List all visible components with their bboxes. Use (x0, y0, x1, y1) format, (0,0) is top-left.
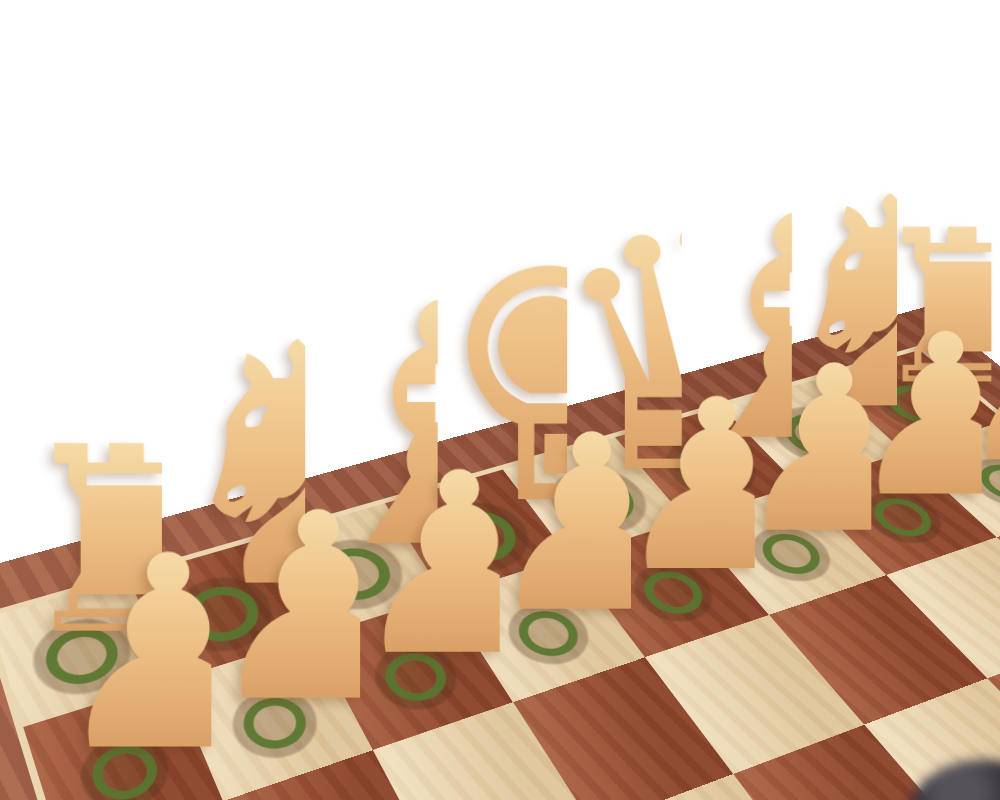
piece-h2-white-pawn: ♟ (23, 681, 223, 800)
board-scene: ♜♞♝♚♛♝♞♜♟♟♟♟♟♟♟♟ (0, 0, 1000, 800)
board-squares-grid: ♜♞♝♚♛♝♞♜♟♟♟♟♟♟♟♟ (0, 350, 1000, 800)
white-pawn-glyph: ♟ (49, 521, 212, 788)
square-h2: ♟ (23, 681, 223, 800)
chess-set-photo: ♜♞♝♚♛♝♞♜♟♟♟♟♟♟♟♟ (0, 0, 1000, 800)
maple-inlay-line: ♜♞♝♚♛♝♞♜♟♟♟♟♟♟♟♟ (0, 345, 1000, 800)
chess-board: ♜♞♝♚♛♝♞♜♟♟♟♟♟♟♟♟ (0, 307, 1000, 800)
